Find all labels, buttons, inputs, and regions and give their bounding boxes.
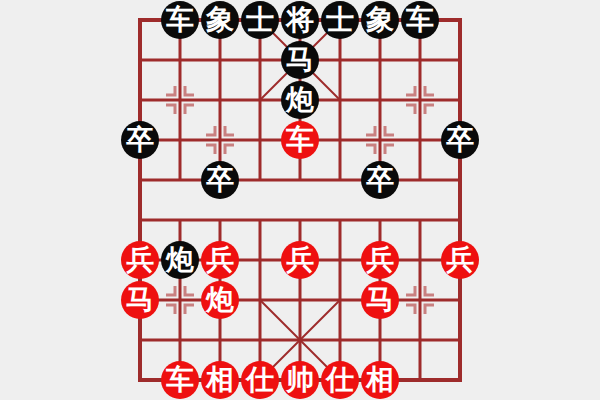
- xiangqi-board-screen: 车象士将士象车马炮卒车卒卒卒兵炮兵兵兵兵马炮马车相仕帅仕相: [0, 0, 600, 400]
- piece-black-elephant[interactable]: 象: [201, 1, 239, 39]
- piece-black-general[interactable]: 将: [281, 1, 319, 39]
- piece-red-pawn[interactable]: 兵: [201, 241, 239, 279]
- piece-red-elephant[interactable]: 相: [361, 361, 399, 399]
- piece-black-advisor[interactable]: 士: [321, 1, 359, 39]
- piece-red-elephant[interactable]: 相: [201, 361, 239, 399]
- piece-black-chariot[interactable]: 车: [161, 1, 199, 39]
- piece-black-cannon[interactable]: 炮: [281, 81, 319, 119]
- piece-black-pawn[interactable]: 卒: [361, 161, 399, 199]
- piece-red-chariot[interactable]: 车: [281, 121, 319, 159]
- piece-red-advisor[interactable]: 仕: [321, 361, 359, 399]
- piece-black-horse[interactable]: 马: [281, 41, 319, 79]
- piece-red-horse[interactable]: 马: [121, 281, 159, 319]
- piece-black-elephant[interactable]: 象: [361, 1, 399, 39]
- piece-red-advisor[interactable]: 仕: [241, 361, 279, 399]
- piece-red-chariot[interactable]: 车: [161, 361, 199, 399]
- piece-black-advisor[interactable]: 士: [241, 1, 279, 39]
- piece-black-cannon[interactable]: 炮: [161, 241, 199, 279]
- piece-red-cannon[interactable]: 炮: [201, 281, 239, 319]
- piece-red-general[interactable]: 帅: [281, 361, 319, 399]
- piece-black-chariot[interactable]: 车: [401, 1, 439, 39]
- piece-red-pawn[interactable]: 兵: [441, 241, 479, 279]
- piece-red-pawn[interactable]: 兵: [121, 241, 159, 279]
- piece-red-pawn[interactable]: 兵: [361, 241, 399, 279]
- piece-black-pawn[interactable]: 卒: [441, 121, 479, 159]
- piece-black-pawn[interactable]: 卒: [201, 161, 239, 199]
- piece-red-horse[interactable]: 马: [361, 281, 399, 319]
- board-pieces: 车象士将士象车马炮卒车卒卒卒兵炮兵兵兵兵马炮马车相仕帅仕相: [120, 0, 480, 400]
- piece-black-pawn[interactable]: 卒: [121, 121, 159, 159]
- piece-red-pawn[interactable]: 兵: [281, 241, 319, 279]
